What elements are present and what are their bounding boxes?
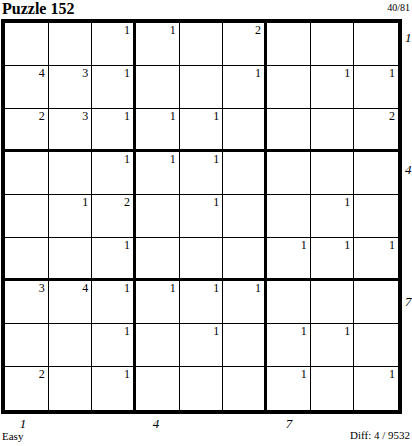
cell-r9c9[interactable]: 1 <box>354 367 398 410</box>
cell-r1c1[interactable] <box>5 23 49 66</box>
cell-annotation: 3 <box>39 281 45 295</box>
cell-annotation: 1 <box>301 238 307 252</box>
cell-r1c5[interactable] <box>180 23 224 66</box>
cell-r1c4[interactable]: 1 <box>136 23 180 66</box>
cell-r5c5[interactable]: 1 <box>180 195 224 238</box>
cell-annotation: 1 <box>124 109 130 123</box>
progress-counter: 40/81 <box>387 2 410 13</box>
cell-r9c8[interactable] <box>311 367 355 410</box>
cell-annotation: 1 <box>344 195 350 209</box>
cell-r4c8[interactable] <box>311 152 355 195</box>
cell-r5c2[interactable]: 1 <box>49 195 93 238</box>
cell-annotation: 3 <box>82 109 88 123</box>
cell-r6c1[interactable] <box>5 238 49 281</box>
cell-r7c5[interactable]: 1 <box>180 281 224 324</box>
cell-r7c2[interactable]: 4 <box>49 281 93 324</box>
cell-r2c8[interactable]: 1 <box>311 66 355 109</box>
cell-r1c7[interactable] <box>267 23 311 66</box>
cell-annotation: 2 <box>124 195 130 209</box>
cell-r5c7[interactable] <box>267 195 311 238</box>
cell-annotation: 1 <box>124 367 130 381</box>
cell-r5c6[interactable] <box>223 195 267 238</box>
cell-annotation: 1 <box>82 195 88 209</box>
cell-annotation: 1 <box>124 152 130 166</box>
cell-r2c6[interactable]: 1 <box>223 66 267 109</box>
cell-r1c9[interactable] <box>354 23 398 66</box>
cell-r4c1[interactable] <box>5 152 49 195</box>
cell-r5c4[interactable] <box>136 195 180 238</box>
cell-r8c1[interactable] <box>5 324 49 367</box>
cell-r3c9[interactable]: 2 <box>354 109 398 152</box>
cell-r9c6[interactable] <box>223 367 267 410</box>
cell-annotation: 4 <box>39 66 45 80</box>
cell-annotation: 1 <box>124 23 130 37</box>
cell-annotation: 1 <box>389 367 395 381</box>
cell-r5c8[interactable]: 1 <box>311 195 355 238</box>
cell-r6c8[interactable]: 1 <box>311 238 355 281</box>
cell-annotation: 1 <box>213 109 219 123</box>
cell-r7c6[interactable]: 1 <box>223 281 267 324</box>
cell-annotation: 1 <box>255 66 261 80</box>
cell-r4c2[interactable] <box>49 152 93 195</box>
cell-r6c7[interactable]: 1 <box>267 238 311 281</box>
cell-annotation: 1 <box>170 152 176 166</box>
cell-annotation: 1 <box>344 324 350 338</box>
cell-r2c1[interactable]: 4 <box>5 66 49 109</box>
cell-r2c5[interactable] <box>180 66 224 109</box>
cell-r7c4[interactable]: 1 <box>136 281 180 324</box>
cell-annotation: 2 <box>39 109 45 123</box>
cell-r5c3[interactable]: 2 <box>92 195 136 238</box>
sudoku-board: 1124311112311121111211111134111111112111 <box>1 19 402 414</box>
cell-r8c6[interactable] <box>223 324 267 367</box>
cell-annotation: 1 <box>124 281 130 295</box>
cell-r9c2[interactable] <box>49 367 93 410</box>
cell-r4c3[interactable]: 1 <box>92 152 136 195</box>
cell-r9c5[interactable] <box>180 367 224 410</box>
diff-stat: Diff: 4 / 9532 <box>350 429 410 441</box>
cell-annotation: 1 <box>124 66 130 80</box>
cell-annotation: 2 <box>255 23 261 37</box>
cell-r2c7[interactable] <box>267 66 311 109</box>
cell-r8c5[interactable]: 1 <box>180 324 224 367</box>
cell-r1c3[interactable]: 1 <box>92 23 136 66</box>
cell-r4c7[interactable] <box>267 152 311 195</box>
cell-r5c9[interactable] <box>354 195 398 238</box>
cell-r2c2[interactable]: 3 <box>49 66 93 109</box>
cell-annotation: 1 <box>213 195 219 209</box>
cell-r6c6[interactable] <box>223 238 267 281</box>
cell-r8c9[interactable] <box>354 324 398 367</box>
cell-r6c4[interactable] <box>136 238 180 281</box>
cell-r3c2[interactable]: 3 <box>49 109 93 152</box>
cell-r2c9[interactable]: 1 <box>354 66 398 109</box>
cell-annotation: 2 <box>389 109 395 123</box>
cell-r9c1[interactable]: 2 <box>5 367 49 410</box>
cell-annotation: 1 <box>301 367 307 381</box>
cell-r7c3[interactable]: 1 <box>92 281 136 324</box>
cell-r1c8[interactable] <box>311 23 355 66</box>
cell-annotation: 1 <box>389 238 395 252</box>
cell-r4c5[interactable]: 1 <box>180 152 224 195</box>
cell-r2c4[interactable] <box>136 66 180 109</box>
cell-annotation: 1 <box>255 281 261 295</box>
cell-r9c7[interactable]: 1 <box>267 367 311 410</box>
cell-annotation: 1 <box>170 23 176 37</box>
cell-annotation: 1 <box>301 324 307 338</box>
cell-r8c2[interactable] <box>49 324 93 367</box>
cell-r9c4[interactable] <box>136 367 180 410</box>
cell-annotation: 1 <box>213 281 219 295</box>
cell-annotation: 2 <box>39 367 45 381</box>
cell-annotation: 1 <box>124 324 130 338</box>
cell-r3c1[interactable]: 2 <box>5 109 49 152</box>
cell-r3c3[interactable]: 1 <box>92 109 136 152</box>
cell-annotation: 3 <box>82 66 88 80</box>
cell-annotation: 1 <box>213 324 219 338</box>
row-label-7: 7 <box>405 294 412 310</box>
cell-r7c9[interactable] <box>354 281 398 324</box>
cell-r4c6[interactable] <box>223 152 267 195</box>
cell-annotation: 4 <box>82 281 88 295</box>
cell-r7c7[interactable] <box>267 281 311 324</box>
cell-annotation: 1 <box>344 238 350 252</box>
cell-annotation: 1 <box>213 152 219 166</box>
cell-r3c5[interactable]: 1 <box>180 109 224 152</box>
cell-r8c8[interactable]: 1 <box>311 324 355 367</box>
cell-r1c2[interactable] <box>49 23 93 66</box>
cell-annotation: 1 <box>170 281 176 295</box>
col-label-4: 4 <box>153 416 160 432</box>
cell-r7c1[interactable]: 3 <box>5 281 49 324</box>
cell-r6c3[interactable]: 1 <box>92 238 136 281</box>
cell-r6c2[interactable] <box>49 238 93 281</box>
cell-r9c3[interactable]: 1 <box>92 367 136 410</box>
cell-annotation: 1 <box>124 238 130 252</box>
page-title: Puzzle 152 <box>2 0 74 18</box>
col-label-7: 7 <box>286 416 293 432</box>
row-label-4: 4 <box>405 162 412 178</box>
cell-r1c6[interactable]: 2 <box>223 23 267 66</box>
row-label-1: 1 <box>405 30 412 46</box>
cell-r6c5[interactable] <box>180 238 224 281</box>
cell-r3c4[interactable]: 1 <box>136 109 180 152</box>
difficulty-label: Easy <box>2 430 23 442</box>
cell-r7c8[interactable] <box>311 281 355 324</box>
cell-r2c3[interactable]: 1 <box>92 66 136 109</box>
cell-r6c9[interactable]: 1 <box>354 238 398 281</box>
cell-r3c6[interactable] <box>223 109 267 152</box>
cell-r5c1[interactable] <box>5 195 49 238</box>
cell-r8c4[interactable] <box>136 324 180 367</box>
puzzle-page: Puzzle 152 40/81 11243111123111211112111… <box>0 0 412 446</box>
cell-annotation: 1 <box>389 66 395 80</box>
cell-r8c3[interactable]: 1 <box>92 324 136 367</box>
cell-annotation: 1 <box>344 66 350 80</box>
cell-r3c8[interactable] <box>311 109 355 152</box>
cell-r8c7[interactable]: 1 <box>267 324 311 367</box>
cell-r3c7[interactable] <box>267 109 311 152</box>
cell-annotation: 1 <box>170 109 176 123</box>
cell-r4c9[interactable] <box>354 152 398 195</box>
cell-r4c4[interactable]: 1 <box>136 152 180 195</box>
